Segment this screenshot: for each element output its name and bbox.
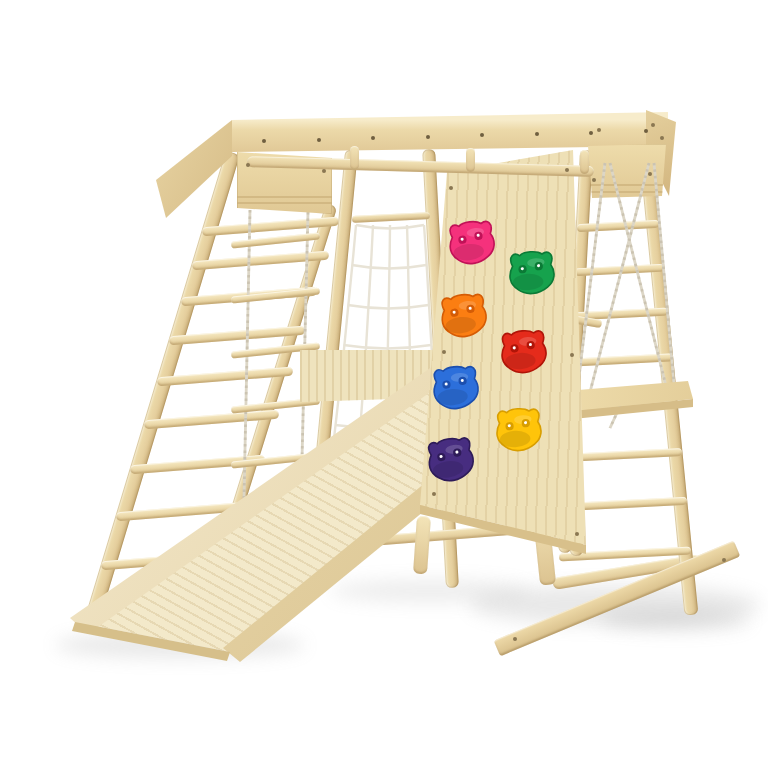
screw: [570, 353, 574, 357]
screw: [597, 128, 601, 132]
screw: [648, 172, 652, 176]
screw: [660, 136, 664, 140]
screw: [575, 532, 579, 536]
screw: [442, 350, 446, 354]
screw: [565, 168, 569, 172]
screw: [432, 492, 436, 496]
screw: [651, 123, 655, 127]
screw: [513, 637, 517, 641]
screw: [322, 169, 326, 173]
screw: [722, 558, 726, 562]
screw: [246, 163, 250, 167]
product-photo-stage: Natural wood indoor toddler jungle gym w…: [0, 0, 768, 768]
screw: [449, 186, 453, 190]
screw: [592, 178, 596, 182]
screws: [0, 0, 768, 768]
